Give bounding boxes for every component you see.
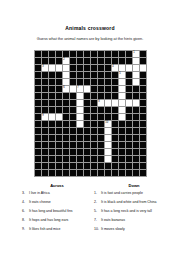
clue-item-text: It moves slowly xyxy=(101,227,125,231)
clue-item-text: It has long and beautiful fins xyxy=(29,209,73,213)
crossword-cell-black xyxy=(49,93,55,99)
clue-item: 4.It eats cheese xyxy=(22,200,92,204)
crossword-cell-white[interactable]: 4 xyxy=(112,65,118,71)
crossword-cell-black xyxy=(105,65,111,71)
crossword-cell-black xyxy=(63,114,69,120)
crossword-cell-black xyxy=(119,121,125,127)
down-header: Down xyxy=(94,183,174,188)
crossword-cell-black xyxy=(91,128,97,134)
page-subtitle: Guess what the animal names are by looki… xyxy=(0,37,180,41)
crossword-cell-black xyxy=(133,121,139,127)
crossword-cell-white[interactable] xyxy=(133,79,139,85)
crossword-cell-white[interactable] xyxy=(105,135,111,141)
crossword-cell-black xyxy=(70,170,76,176)
crossword-cell-black xyxy=(42,86,48,92)
crossword-cell-black xyxy=(112,86,118,92)
crossword-cell-black xyxy=(70,135,76,141)
crossword-cell-black xyxy=(70,58,76,64)
crossword-cell-black xyxy=(63,156,69,162)
crossword-cell-black xyxy=(35,128,41,134)
crossword-cell-black xyxy=(126,170,132,176)
crossword-cell-black xyxy=(119,135,125,141)
crossword-cell-black xyxy=(77,58,83,64)
crossword-cell-black xyxy=(70,79,76,85)
crossword-cell-black xyxy=(91,58,97,64)
crossword-cell-black xyxy=(42,163,48,169)
crossword-cell-black xyxy=(56,107,62,113)
clue-item-text: It is fast and carries people xyxy=(101,191,143,195)
crossword-cell-black xyxy=(42,58,48,64)
crossword-cell-white[interactable] xyxy=(77,114,83,120)
crossword-cell-white[interactable] xyxy=(77,121,83,127)
crossword-cell-black xyxy=(98,135,104,141)
crossword-cell-white[interactable] xyxy=(119,86,125,92)
crossword-cell-black xyxy=(91,72,97,78)
crossword-cell-black xyxy=(126,86,132,92)
clue-item-number: 10. xyxy=(94,227,99,231)
crossword-cell-black xyxy=(112,58,118,64)
crossword-cell-black xyxy=(140,142,146,148)
crossword-cell-black xyxy=(91,149,97,155)
crossword-cell-black xyxy=(112,72,118,78)
crossword-cell-black xyxy=(140,107,146,113)
crossword-cell-black xyxy=(105,170,111,176)
crossword-cell-black xyxy=(133,156,139,162)
across-clues-list: 3.I live in Africa4.It eats cheese6.It h… xyxy=(22,191,92,231)
crossword-cell-black xyxy=(91,121,97,127)
crossword-cell-black xyxy=(126,121,132,127)
crossword-cell-black xyxy=(63,170,69,176)
crossword-cell-black xyxy=(105,58,111,64)
crossword-cell-black xyxy=(126,135,132,141)
crossword-cell-black xyxy=(112,114,118,120)
crossword-cell-white[interactable] xyxy=(119,114,125,120)
crossword-cell-black xyxy=(56,156,62,162)
crossword-cell-white[interactable] xyxy=(105,100,111,106)
crossword-cell-black xyxy=(112,170,118,176)
crossword-cell-black xyxy=(91,51,97,57)
crossword-cell-black xyxy=(35,86,41,92)
crossword-cell-black xyxy=(105,51,111,57)
clue-item-text: It likes fish and mice xyxy=(29,227,61,231)
crossword-cell-black xyxy=(56,58,62,64)
crossword-cell-white[interactable]: 3 xyxy=(42,65,48,71)
crossword-cell-white[interactable]: 5 xyxy=(119,72,125,78)
crossword-cell-black xyxy=(70,93,76,99)
crossword-cell-black xyxy=(84,142,90,148)
crossword-cell-black xyxy=(42,128,48,134)
crossword-cell-white[interactable] xyxy=(133,100,139,106)
crossword-cell-black xyxy=(119,58,125,64)
crossword-cell-black xyxy=(56,163,62,169)
crossword-cell-black xyxy=(112,107,118,113)
crossword-cell-black xyxy=(119,156,125,162)
crossword-cell-white[interactable]: 1 xyxy=(133,51,139,57)
crossword-cell-black xyxy=(91,100,97,106)
crossword-cell-black xyxy=(112,135,118,141)
page-title: Animals crossword xyxy=(0,25,180,31)
crossword-cell-white[interactable] xyxy=(140,65,146,71)
crossword-cell-black xyxy=(42,100,48,106)
crossword-cell-black xyxy=(70,156,76,162)
crossword-cell-white[interactable] xyxy=(105,149,111,155)
crossword-cell-white[interactable] xyxy=(56,114,62,120)
crossword-cell-white[interactable] xyxy=(119,93,125,99)
crossword-cell-black xyxy=(119,128,125,134)
crossword-cell-white[interactable]: 7 xyxy=(77,86,83,92)
crossword-cell-black xyxy=(98,128,104,134)
crossword-cell-black xyxy=(49,170,55,176)
crossword-cell-black xyxy=(70,149,76,155)
crossword-cell-black xyxy=(35,121,41,127)
crossword-cell-black xyxy=(56,128,62,134)
clue-number-label: 1 xyxy=(133,51,134,54)
clue-item: 6.It has long and beautiful fins xyxy=(22,209,92,213)
crossword-cell-black xyxy=(77,156,83,162)
crossword-cell-black xyxy=(77,170,83,176)
crossword-cell-black xyxy=(42,107,48,113)
clue-item-number: 5. xyxy=(94,209,99,213)
crossword-cell-black xyxy=(126,51,132,57)
crossword-cell-black xyxy=(133,93,139,99)
crossword-cell-black xyxy=(35,163,41,169)
crossword-cell-black xyxy=(119,51,125,57)
crossword-cell-black xyxy=(105,163,111,169)
crossword-cell-white[interactable] xyxy=(49,65,55,71)
crossword-cell-black xyxy=(70,128,76,134)
crossword-cell-white[interactable]: 2 xyxy=(63,58,69,64)
crossword-cell-black xyxy=(84,100,90,106)
crossword-cell-black xyxy=(42,142,48,148)
crossword-cell-black xyxy=(98,121,104,127)
crossword-cell-white[interactable] xyxy=(133,58,139,64)
crossword-cell-black xyxy=(49,86,55,92)
crossword-cell-black xyxy=(63,107,69,113)
crossword-cell-black xyxy=(84,121,90,127)
clue-item-text: It is black and white and from China xyxy=(101,200,156,204)
crossword-cell-black xyxy=(133,163,139,169)
crossword-cell-black xyxy=(42,156,48,162)
clue-number-label: 3 xyxy=(42,65,43,68)
crossword-cell-black xyxy=(49,58,55,64)
crossword-cell-black xyxy=(35,142,41,148)
crossword-cell-black xyxy=(91,79,97,85)
crossword-cell-black xyxy=(91,163,97,169)
crossword-cell-black xyxy=(63,135,69,141)
crossword-cell-black xyxy=(56,170,62,176)
crossword-cell-black xyxy=(98,149,104,155)
crossword-cell-white[interactable] xyxy=(49,114,55,120)
crossword-cell-black xyxy=(112,51,118,57)
crossword-cell-black xyxy=(56,149,62,155)
crossword-cell-black xyxy=(63,128,69,134)
across-header: Across xyxy=(22,183,92,188)
down-clues-column: Down 1.It is fast and carries people2.It… xyxy=(94,183,174,236)
clue-item: 5.It has a long neck and is very tall xyxy=(94,209,174,213)
crossword-cell-black xyxy=(56,135,62,141)
crossword-cell-white[interactable]: 9 xyxy=(42,114,48,120)
crossword-cell-black xyxy=(91,107,97,113)
crossword-cell-black xyxy=(98,107,104,113)
clue-item-number: 8. xyxy=(22,218,27,222)
crossword-cell-black xyxy=(35,170,41,176)
crossword-cell-black xyxy=(84,93,90,99)
clue-number-label: 2 xyxy=(63,58,64,61)
crossword-cell-black xyxy=(133,142,139,148)
clue-item-text: It hops and has long ears xyxy=(29,218,68,222)
crossword-cell-black xyxy=(35,107,41,113)
clue-number-label: 9 xyxy=(42,114,43,117)
crossword-cell-black xyxy=(105,79,111,85)
crossword-cell-black xyxy=(84,79,90,85)
crossword-cell-black xyxy=(126,79,132,85)
crossword-cell-black xyxy=(63,142,69,148)
crossword-cell-white[interactable] xyxy=(119,107,125,113)
crossword-cell-black xyxy=(84,163,90,169)
crossword-cell-black xyxy=(140,156,146,162)
crossword-cell-black xyxy=(35,79,41,85)
crossword-cell-black xyxy=(70,142,76,148)
crossword-cell-white[interactable] xyxy=(63,79,69,85)
crossword-cell-black xyxy=(91,142,97,148)
crossword-cell-black xyxy=(84,58,90,64)
crossword-cell-black xyxy=(98,142,104,148)
clue-item-number: 4. xyxy=(22,200,27,204)
crossword-cell-black xyxy=(112,149,118,155)
crossword-cell-black xyxy=(77,51,83,57)
crossword-cell-black xyxy=(133,114,139,120)
crossword-cell-black xyxy=(140,93,146,99)
crossword-cell-black xyxy=(140,51,146,57)
crossword-cell-black xyxy=(126,72,132,78)
crossword-cell-black xyxy=(112,93,118,99)
crossword-cell-white[interactable]: 8 xyxy=(98,100,104,106)
crossword-cell-black xyxy=(140,100,146,106)
crossword-cell-black xyxy=(49,121,55,127)
crossword-cell-black xyxy=(91,93,97,99)
crossword-cell-black xyxy=(105,93,111,99)
crossword-cell-black xyxy=(98,65,104,71)
crossword-cell-black xyxy=(126,114,132,120)
crossword-cell-black xyxy=(77,135,83,141)
crossword-cell-black xyxy=(126,93,132,99)
crossword-cell-white[interactable] xyxy=(63,65,69,71)
crossword-cell-black xyxy=(126,156,132,162)
clue-item-text: It eats cheese xyxy=(29,200,51,204)
crossword-cell-black xyxy=(35,114,41,120)
crossword-cell-white[interactable] xyxy=(84,86,90,92)
crossword-cell-black xyxy=(49,163,55,169)
clue-number-label: 6 xyxy=(63,86,64,89)
crossword-cell-black xyxy=(98,72,104,78)
crossword-cell-black xyxy=(133,86,139,92)
crossword-cell-black xyxy=(35,65,41,71)
crossword-cell-black xyxy=(49,128,55,134)
crossword-cell-black xyxy=(105,107,111,113)
crossword-cell-black xyxy=(84,114,90,120)
crossword-cell-black xyxy=(126,58,132,64)
clue-item-number: 6. xyxy=(22,209,27,213)
crossword-cell-black xyxy=(56,72,62,78)
crossword-cell-black xyxy=(77,79,83,85)
crossword-cell-white[interactable] xyxy=(77,100,83,106)
crossword-cell-black xyxy=(70,107,76,113)
crossword-cell-black xyxy=(84,51,90,57)
crossword-cell-black xyxy=(56,93,62,99)
crossword-cell-black xyxy=(77,65,83,71)
crossword-cell-black xyxy=(35,100,41,106)
crossword-cell-black xyxy=(35,156,41,162)
crossword-cell-black xyxy=(42,51,48,57)
crossword-cell-black xyxy=(98,79,104,85)
crossword-cell-black xyxy=(49,107,55,113)
crossword-cell-white[interactable]: 6 xyxy=(63,86,69,92)
crossword-cell-black xyxy=(91,135,97,141)
crossword-cell-black xyxy=(70,72,76,78)
crossword-cell-white[interactable] xyxy=(133,65,139,71)
crossword-cell-black xyxy=(119,163,125,169)
crossword-cell-black xyxy=(49,156,55,162)
crossword-cell-black xyxy=(140,163,146,169)
crossword-cell-black xyxy=(140,149,146,155)
crossword-cell-black xyxy=(49,142,55,148)
clue-item-number: 7. xyxy=(94,218,99,222)
crossword-cell-black xyxy=(77,149,83,155)
crossword-cell-black xyxy=(84,65,90,71)
crossword-cell-black xyxy=(105,72,111,78)
crossword-cell-black xyxy=(70,163,76,169)
crossword-cell-black xyxy=(140,170,146,176)
crossword-cell-black xyxy=(49,135,55,141)
crossword-cell-white[interactable] xyxy=(119,79,125,85)
crossword-cell-black xyxy=(42,135,48,141)
crossword-cell-white[interactable] xyxy=(63,72,69,78)
crossword-cell-black xyxy=(63,163,69,169)
crossword-cell-black xyxy=(77,72,83,78)
crossword-cell-black xyxy=(63,149,69,155)
crossword-cell-white[interactable] xyxy=(70,86,76,92)
crossword-cell-black xyxy=(35,135,41,141)
crossword-cell-white[interactable] xyxy=(105,142,111,148)
crossword-cell-black xyxy=(91,65,97,71)
crossword-cell-black xyxy=(35,93,41,99)
crossword-cell-black xyxy=(126,107,132,113)
crossword-cell-black xyxy=(84,135,90,141)
crossword-cell-black xyxy=(49,79,55,85)
crossword-cell-black xyxy=(140,58,146,64)
crossword-cell-black xyxy=(77,163,83,169)
clue-item-number: 9. xyxy=(22,227,27,231)
crossword-cell-black xyxy=(112,142,118,148)
crossword-cell-black xyxy=(42,121,48,127)
clue-item-number: 2. xyxy=(94,200,99,204)
crossword-cell-white[interactable] xyxy=(126,100,132,106)
crossword-cell-black xyxy=(119,170,125,176)
crossword-cell-black xyxy=(84,128,90,134)
crossword-cell-white[interactable] xyxy=(77,107,83,113)
crossword-cell-black xyxy=(49,51,55,57)
crossword-cell-white[interactable] xyxy=(126,65,132,71)
crossword-cell-black xyxy=(84,149,90,155)
crossword-cell-white[interactable] xyxy=(133,72,139,78)
crossword-cell-black xyxy=(140,79,146,85)
crossword-cell-black xyxy=(98,114,104,120)
clue-item: 2.It is black and white and from China xyxy=(94,200,174,204)
clue-item: 7.It eats bananas xyxy=(94,218,174,222)
crossword-cell-black xyxy=(63,93,69,99)
crossword-cell-black xyxy=(140,86,146,92)
crossword-cell-black xyxy=(91,156,97,162)
crossword-cell-black xyxy=(70,121,76,127)
crossword-grid: 12345678910 xyxy=(34,50,147,177)
crossword-cell-black xyxy=(98,170,104,176)
crossword-cell-white[interactable] xyxy=(119,100,125,106)
crossword-cell-black xyxy=(42,79,48,85)
crossword-cell-black xyxy=(105,114,111,120)
clue-item: 3.I live in Africa xyxy=(22,191,92,195)
crossword-cell-white[interactable] xyxy=(77,93,83,99)
crossword-cell-black xyxy=(133,107,139,113)
crossword-cell-black xyxy=(133,128,139,134)
crossword-cell-black xyxy=(77,128,83,134)
clue-item-text: I live in Africa xyxy=(29,191,50,195)
crossword-cell-white[interactable]: 10 xyxy=(105,121,111,127)
crossword-cell-black xyxy=(42,170,48,176)
crossword-cell-black xyxy=(133,149,139,155)
clue-number-label: 7 xyxy=(77,86,78,89)
crossword-cell-black xyxy=(56,79,62,85)
crossword-cell-black xyxy=(98,86,104,92)
crossword-cell-black xyxy=(70,65,76,71)
crossword-cell-black xyxy=(35,149,41,155)
crossword-cell-black xyxy=(63,51,69,57)
crossword-cell-black xyxy=(98,51,104,57)
crossword-cell-black xyxy=(112,156,118,162)
crossword-cell-black xyxy=(133,170,139,176)
crossword-cell-black xyxy=(35,51,41,57)
crossword-cell-black xyxy=(91,86,97,92)
crossword-cell-white[interactable] xyxy=(119,65,125,71)
clue-item: 8.It hops and has long ears xyxy=(22,218,92,222)
crossword-cell-white[interactable] xyxy=(56,65,62,71)
crossword-cell-black xyxy=(49,72,55,78)
crossword-cell-black xyxy=(98,163,104,169)
crossword-cell-black xyxy=(126,142,132,148)
crossword-cell-white[interactable] xyxy=(112,100,118,106)
crossword-cell-black xyxy=(84,72,90,78)
crossword-cell-white[interactable] xyxy=(105,128,111,134)
crossword-cell-black xyxy=(63,100,69,106)
crossword-cell-black xyxy=(49,149,55,155)
crossword-cell-black xyxy=(112,121,118,127)
crossword-cell-black xyxy=(105,86,111,92)
clue-item-text: It eats bananas xyxy=(101,218,125,222)
crossword-cell-black xyxy=(70,100,76,106)
crossword-cell-black xyxy=(140,72,146,78)
crossword-cell-black xyxy=(91,170,97,176)
crossword-cell-black xyxy=(126,163,132,169)
clue-item-number: 1. xyxy=(94,191,99,195)
down-clues-list: 1.It is fast and carries people2.It is b… xyxy=(94,191,174,231)
crossword-cell-white[interactable] xyxy=(105,156,111,162)
crossword-cell-black xyxy=(56,142,62,148)
crossword-cell-black xyxy=(112,163,118,169)
crossword-cell-black xyxy=(133,135,139,141)
crossword-cell-black xyxy=(98,58,104,64)
crossword-cell-black xyxy=(70,51,76,57)
crossword-cell-black xyxy=(49,100,55,106)
crossword-cell-black xyxy=(56,100,62,106)
